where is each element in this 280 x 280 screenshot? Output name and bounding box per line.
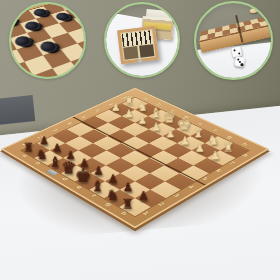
square-h5 xyxy=(179,166,209,182)
stored-pieces-left xyxy=(123,46,138,60)
chess-grid: ♜♞♝♛♚♝♞♜♟♟♟♟♟♟♟♟♟♟♟♟♟♟♟♟♜♞♝♛♚♝♞♜ xyxy=(22,98,249,217)
checker-disc-10 xyxy=(37,40,58,54)
die-pip xyxy=(241,63,244,66)
checkers-scene: 18 xyxy=(11,4,84,77)
inset-dice-photo xyxy=(194,1,273,80)
product-photo-collage: abcdefgh abcdefgh 87654321 87654321 ♜♞♝♛… xyxy=(0,0,280,280)
checker-disc-2 xyxy=(9,16,18,27)
die-pip xyxy=(238,52,241,55)
checker-disc-6 xyxy=(22,20,41,32)
folded-backgammon-case xyxy=(117,26,159,64)
die-2 xyxy=(234,56,245,67)
chess-board-scene: abcdefgh abcdefgh 87654321 87654321 ♜♞♝♛… xyxy=(40,54,230,244)
checkers-board: 18 xyxy=(9,2,86,79)
stored-pieces-right xyxy=(139,44,154,58)
inset-checkers-photo: 18 xyxy=(9,2,86,79)
chess-board: abcdefgh abcdefgh 87654321 87654321 ♜♞♝♛… xyxy=(1,88,270,229)
piece-dark-pawn-f2: ♟ xyxy=(102,173,123,185)
checker-disc-3 xyxy=(31,7,49,17)
checker-disc-9 xyxy=(12,34,32,47)
die-pip xyxy=(233,49,236,52)
checker-disc-7 xyxy=(53,11,72,22)
inset-packaging-photo xyxy=(104,2,180,78)
light-checker-piece xyxy=(249,7,259,14)
checkers-field xyxy=(9,2,86,79)
